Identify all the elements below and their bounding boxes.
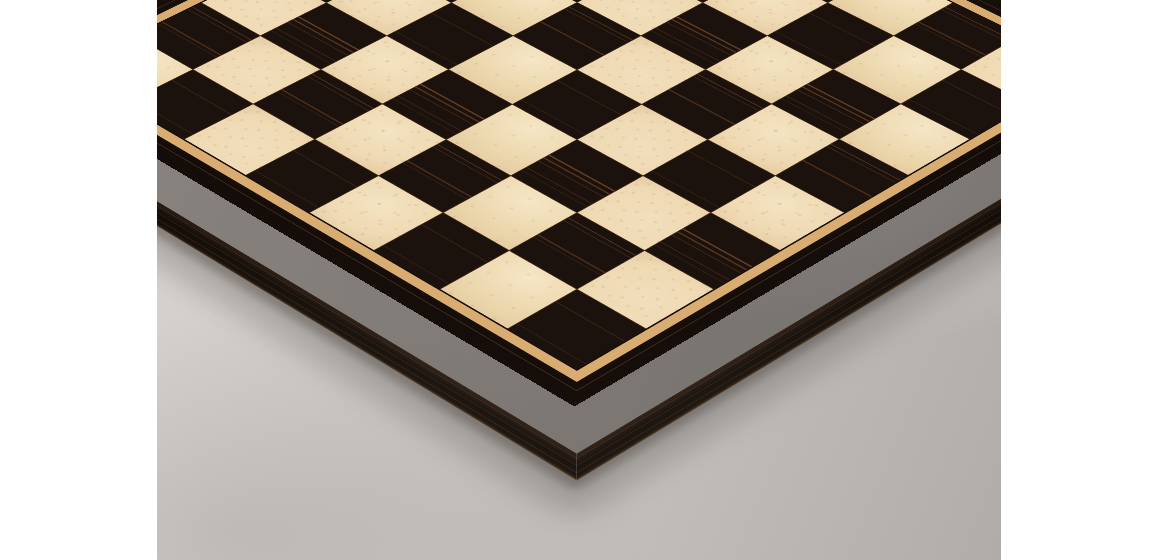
screenshot-stage [0, 0, 1158, 560]
page-margin-left [0, 0, 157, 560]
chess-board [157, 0, 1001, 480]
page-margin-right [1001, 0, 1158, 560]
board-top-face [157, 0, 1001, 453]
board-scene [157, 0, 1001, 560]
product-photo [157, 0, 1001, 560]
